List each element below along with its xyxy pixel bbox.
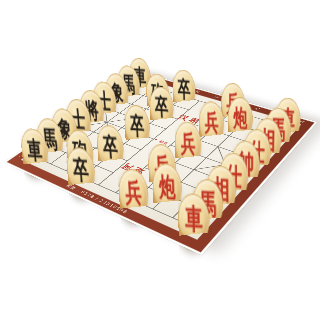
piece-black-卒[interactable]: 卒 (123, 104, 150, 147)
piece-red-兵[interactable]: 兵 (174, 121, 202, 166)
piece-character: 兵 (175, 122, 201, 165)
board-red-frame: 一二三四五六七八九 一二三四五六七八九 棋类 · 0578 / 23310598 (7, 72, 315, 252)
piece-character: 卒 (150, 87, 174, 126)
piece-character: 車 (178, 194, 209, 243)
piece-character: 炮 (152, 164, 181, 210)
playing-surface[interactable]: 楚河 汉界 ✦ 棋类 車馬象士將士象馬車砲砲卒卒卒卒卒兵兵兵兵兵炮炮車馬相仕帥仕… (21, 77, 301, 239)
pieces-layer: 車馬象士將士象馬車砲砲卒卒卒卒卒兵兵兵兵兵炮炮車馬相仕帥仕相馬車 (21, 77, 301, 239)
piece-red-兵[interactable]: 兵 (117, 168, 149, 217)
xiangqi-board-3d: 一二三四五六七八九 一二三四五六七八九 棋类 · 0578 / 23310598 (4, 71, 318, 255)
piece-character: 卒 (97, 125, 125, 167)
piece-red-兵[interactable]: 兵 (199, 100, 225, 144)
piece-black-卒[interactable]: 卒 (149, 86, 174, 128)
piece-black-卒[interactable]: 卒 (96, 124, 125, 169)
piece-black-卒[interactable]: 卒 (172, 69, 196, 109)
piece-character: 卒 (124, 105, 150, 146)
piece-character: 兵 (199, 102, 223, 143)
product-photo-stage: 一二三四五六七八九 一二三四五六七八九 棋类 · 0578 / 23310598 (0, 0, 320, 320)
board-white-edge: 一二三四五六七八九 一二三四五六七八九 棋类 · 0578 / 23310598 (4, 71, 318, 255)
piece-character: 卒 (173, 70, 196, 108)
